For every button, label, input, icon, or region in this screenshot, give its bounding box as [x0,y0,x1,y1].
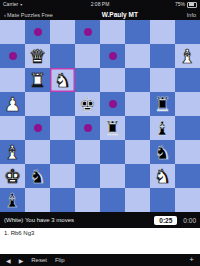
square-g6[interactable] [150,68,175,92]
square-b1[interactable] [25,188,50,212]
square-d6[interactable] [75,68,100,92]
square-c1[interactable] [50,188,75,212]
wifi-icon: ▾ [20,0,22,9]
black-king-d5[interactable]: ♚ [75,92,100,116]
square-a4[interactable] [0,116,25,140]
status-bar: Carrier ▾ 2:08 PM 75% [0,0,200,9]
legal-move-dot-e5[interactable] [109,100,117,108]
square-d3[interactable] [75,140,100,164]
square-g7[interactable] [150,44,175,68]
opponent-timer: 0:00 [183,217,196,224]
legal-move-dot-d8[interactable] [84,28,92,36]
square-a6[interactable] [0,68,25,92]
puzzle-status-message: (White) You have 3 moves [4,217,151,223]
chess-board: ♛♝♜♞♟♚♜♜♝♝♞♚♞♞♝ [0,20,200,212]
black-knight-g3[interactable]: ♞ [150,140,175,164]
square-d1[interactable] [75,188,100,212]
square-f8[interactable] [125,20,150,44]
square-b2[interactable]: ♞ [25,164,50,188]
square-h2[interactable] [175,164,200,188]
clock-label: 2:08 PM [91,0,110,9]
chevron-left-icon: ‹ [4,12,6,18]
square-e5[interactable] [100,92,125,116]
square-c7[interactable] [50,44,75,68]
square-e4[interactable]: ♜ [100,116,125,140]
white-king-a2[interactable]: ♚ [0,164,25,188]
square-a7[interactable] [0,44,25,68]
legal-move-dot-b4[interactable] [34,124,42,132]
square-e7[interactable] [100,44,125,68]
square-h1[interactable] [175,188,200,212]
page-title: W.Pauly MT [102,11,138,18]
square-f1[interactable] [125,188,150,212]
square-g8[interactable] [150,20,175,44]
back-button-label: Mate Puzzles Free [7,12,53,18]
info-button[interactable]: Info [187,12,196,18]
square-b5[interactable] [25,92,50,116]
square-e3[interactable] [100,140,125,164]
battery-icon [187,2,197,8]
square-d2[interactable] [75,164,100,188]
square-e6[interactable] [100,68,125,92]
app-window: Carrier ▾ 2:08 PM 75% ‹ Mate Puzzles Fre… [0,0,200,266]
info-bar: (White) You have 3 moves 0:25 0:00 [0,212,200,228]
square-d8[interactable] [75,20,100,44]
square-c2[interactable] [50,164,75,188]
square-g2[interactable]: ♞ [150,164,175,188]
black-knight-b2[interactable]: ♞ [25,164,50,188]
black-bishop-g4[interactable]: ♝ [150,116,175,140]
square-g1[interactable] [150,188,175,212]
legal-move-dot-d4[interactable] [84,124,92,132]
white-rook-b6[interactable]: ♜ [25,68,50,92]
battery-percent: 75% [175,0,185,9]
square-b8[interactable] [25,20,50,44]
square-e2[interactable] [100,164,125,188]
square-c6[interactable]: ♞ [50,68,75,92]
step-forward-button[interactable]: ▶ [19,257,24,264]
square-h6[interactable] [175,68,200,92]
action-icon[interactable]: + [189,254,194,266]
black-rook-g5[interactable]: ♜ [150,92,175,116]
square-b3[interactable] [25,140,50,164]
nav-bar: ‹ Mate Puzzles Free W.Pauly MT Info [0,9,200,20]
bottom-toolbar: ◀ ▶ Reset Flip + [0,254,200,266]
white-pawn-a5[interactable]: ♟ [0,92,25,116]
square-a3[interactable]: ♝ [0,140,25,164]
square-g4[interactable]: ♝ [150,116,175,140]
square-f5[interactable] [125,92,150,116]
player-timer: 0:25 [154,216,177,225]
square-f7[interactable] [125,44,150,68]
square-g5[interactable]: ♜ [150,92,175,116]
square-e1[interactable] [100,188,125,212]
square-c5[interactable] [50,92,75,116]
legal-move-dot-a7[interactable] [9,52,17,60]
square-d5[interactable]: ♚ [75,92,100,116]
square-d4[interactable] [75,116,100,140]
square-f4[interactable] [125,116,150,140]
square-g3[interactable]: ♞ [150,140,175,164]
square-f2[interactable] [125,164,150,188]
square-h7[interactable]: ♝ [175,44,200,68]
step-back-button[interactable]: ◀ [6,257,11,264]
carrier-label: Carrier [3,0,18,9]
legal-move-dot-e7[interactable] [109,52,117,60]
reset-button[interactable]: Reset [31,257,47,263]
white-knight-c6[interactable]: ♞ [50,68,75,92]
square-c8[interactable] [50,20,75,44]
square-h5[interactable] [175,92,200,116]
square-a2[interactable]: ♚ [0,164,25,188]
square-c3[interactable] [50,140,75,164]
square-d7[interactable] [75,44,100,68]
square-a5[interactable]: ♟ [0,92,25,116]
square-c4[interactable] [50,116,75,140]
square-f6[interactable] [125,68,150,92]
square-h4[interactable] [175,116,200,140]
legal-move-dot-b8[interactable] [34,28,42,36]
square-f3[interactable] [125,140,150,164]
square-b7[interactable]: ♛ [25,44,50,68]
black-rook-e4[interactable]: ♜ [100,116,125,140]
square-h8[interactable] [175,20,200,44]
square-e8[interactable] [100,20,125,44]
flip-button[interactable]: Flip [55,257,65,263]
white-queen-b7[interactable]: ♛ [25,44,50,68]
white-bishop-h7[interactable]: ♝ [175,44,200,68]
square-a8[interactable] [0,20,25,44]
back-button[interactable]: ‹ Mate Puzzles Free [4,12,53,18]
square-h3[interactable] [175,140,200,164]
square-b4[interactable] [25,116,50,140]
white-knight-g2[interactable]: ♞ [150,164,175,188]
black-bishop-a1[interactable]: ♝ [0,188,25,212]
square-b6[interactable]: ♜ [25,68,50,92]
white-bishop-a3[interactable]: ♝ [0,140,25,164]
move-list: 1. Rb6 Ng3 [0,228,200,254]
square-a1[interactable]: ♝ [0,188,25,212]
